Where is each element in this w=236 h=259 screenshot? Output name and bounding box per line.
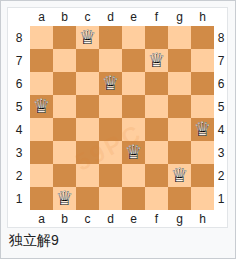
- corner: [214, 8, 228, 26]
- square-f4: [145, 118, 168, 141]
- square-a7: [30, 49, 53, 72]
- white-queen-fill: ♛: [168, 164, 191, 187]
- square-c3: [76, 141, 99, 164]
- square-c6: [76, 72, 99, 95]
- square-e2: [122, 164, 145, 187]
- file-label-f-bottom: f: [145, 210, 168, 228]
- square-h8: [191, 26, 214, 49]
- file-label-h-bottom: h: [191, 210, 214, 228]
- square-a5: ♛♕: [30, 95, 53, 118]
- square-g1: [168, 187, 191, 210]
- file-label-c-top: c: [76, 8, 99, 26]
- rank-label-4-left: 4: [8, 118, 30, 141]
- square-a1: [30, 187, 53, 210]
- white-queen: ♕: [191, 118, 214, 141]
- rank-label-7-right: 7: [214, 49, 228, 72]
- square-e6: [122, 72, 145, 95]
- square-b7: [53, 49, 76, 72]
- square-g4: [168, 118, 191, 141]
- corner: [8, 8, 30, 26]
- white-queen-fill: ♛: [53, 187, 76, 210]
- square-d1: [99, 187, 122, 210]
- square-h3: [191, 141, 214, 164]
- square-e1: [122, 187, 145, 210]
- corner: [8, 210, 30, 228]
- caption: 独立解9: [9, 232, 59, 250]
- square-g5: [168, 95, 191, 118]
- white-queen-fill: ♛: [191, 118, 214, 141]
- square-b2: [53, 164, 76, 187]
- white-queen: ♕: [145, 49, 168, 72]
- white-queen-fill: ♛: [99, 72, 122, 95]
- rank-label-6-left: 6: [8, 72, 30, 95]
- square-h4: ♛♕: [191, 118, 214, 141]
- square-b4: [53, 118, 76, 141]
- square-d5: [99, 95, 122, 118]
- file-label-e-bottom: e: [122, 210, 145, 228]
- rank-label-2-right: 2: [214, 164, 228, 187]
- file-label-c-bottom: c: [76, 210, 99, 228]
- white-queen: ♕: [30, 95, 53, 118]
- square-g7: [168, 49, 191, 72]
- square-f6: [145, 72, 168, 95]
- file-label-a-bottom: a: [30, 210, 53, 228]
- file-label-g-bottom: g: [168, 210, 191, 228]
- square-a8: [30, 26, 53, 49]
- square-d6: ♛♕: [99, 72, 122, 95]
- square-h2: [191, 164, 214, 187]
- rank-label-6-right: 6: [214, 72, 228, 95]
- square-b1: ♛♕: [53, 187, 76, 210]
- rank-label-8-right: 8: [214, 26, 228, 49]
- file-label-d-bottom: d: [99, 210, 122, 228]
- square-e5: [122, 95, 145, 118]
- rank-label-1-left: 1: [8, 187, 30, 210]
- square-h6: [191, 72, 214, 95]
- square-d2: [99, 164, 122, 187]
- square-c2: [76, 164, 99, 187]
- white-queen: ♕: [99, 72, 122, 95]
- file-label-b-top: b: [53, 8, 76, 26]
- square-h1: [191, 187, 214, 210]
- rank-label-1-right: 1: [214, 187, 228, 210]
- rank-label-3-left: 3: [8, 141, 30, 164]
- square-e8: [122, 26, 145, 49]
- white-queen: ♕: [122, 141, 145, 164]
- file-label-b-bottom: b: [53, 210, 76, 228]
- file-label-g-top: g: [168, 8, 191, 26]
- rank-label-7-left: 7: [8, 49, 30, 72]
- square-c7: [76, 49, 99, 72]
- chess-diagram: abcdefgh8♛♕87♛♕76♛♕65♛♕54♛♕43♛♕32♛♕21♛♕1…: [7, 7, 228, 228]
- file-label-a-top: a: [30, 8, 53, 26]
- square-b5: [53, 95, 76, 118]
- square-c8: ♛♕: [76, 26, 99, 49]
- square-f8: [145, 26, 168, 49]
- square-a4: [30, 118, 53, 141]
- white-queen: ♕: [168, 164, 191, 187]
- white-queen: ♕: [76, 26, 99, 49]
- square-d3: [99, 141, 122, 164]
- square-a6: [30, 72, 53, 95]
- square-g8: [168, 26, 191, 49]
- rank-label-5-left: 5: [8, 95, 30, 118]
- square-a2: [30, 164, 53, 187]
- file-label-f-top: f: [145, 8, 168, 26]
- square-d8: [99, 26, 122, 49]
- square-d4: [99, 118, 122, 141]
- square-f2: [145, 164, 168, 187]
- square-f1: [145, 187, 168, 210]
- square-g3: [168, 141, 191, 164]
- square-b6: [53, 72, 76, 95]
- square-c4: [76, 118, 99, 141]
- square-g6: [168, 72, 191, 95]
- white-queen-fill: ♛: [122, 141, 145, 164]
- white-queen: ♕: [53, 187, 76, 210]
- file-label-e-top: e: [122, 8, 145, 26]
- square-a3: [30, 141, 53, 164]
- square-d7: [99, 49, 122, 72]
- square-e3: ♛♕: [122, 141, 145, 164]
- square-f5: [145, 95, 168, 118]
- square-e7: [122, 49, 145, 72]
- chess-board: abcdefgh8♛♕87♛♕76♛♕65♛♕54♛♕43♛♕32♛♕21♛♕1…: [8, 8, 228, 228]
- square-c1: [76, 187, 99, 210]
- puzzle-card: abcdefgh8♛♕87♛♕76♛♕65♛♕54♛♕43♛♕32♛♕21♛♕1…: [0, 0, 236, 259]
- square-h7: [191, 49, 214, 72]
- square-b3: [53, 141, 76, 164]
- white-queen-fill: ♛: [76, 26, 99, 49]
- square-e4: [122, 118, 145, 141]
- corner: [214, 210, 228, 228]
- white-queen-fill: ♛: [30, 95, 53, 118]
- white-queen-fill: ♛: [145, 49, 168, 72]
- rank-label-8-left: 8: [8, 26, 30, 49]
- rank-label-2-left: 2: [8, 164, 30, 187]
- square-h5: [191, 95, 214, 118]
- rank-label-5-right: 5: [214, 95, 228, 118]
- file-label-h-top: h: [191, 8, 214, 26]
- rank-label-3-right: 3: [214, 141, 228, 164]
- square-f3: [145, 141, 168, 164]
- square-c5: [76, 95, 99, 118]
- file-label-d-top: d: [99, 8, 122, 26]
- square-b8: [53, 26, 76, 49]
- square-g2: ♛♕: [168, 164, 191, 187]
- rank-label-4-right: 4: [214, 118, 228, 141]
- square-f7: ♛♕: [145, 49, 168, 72]
